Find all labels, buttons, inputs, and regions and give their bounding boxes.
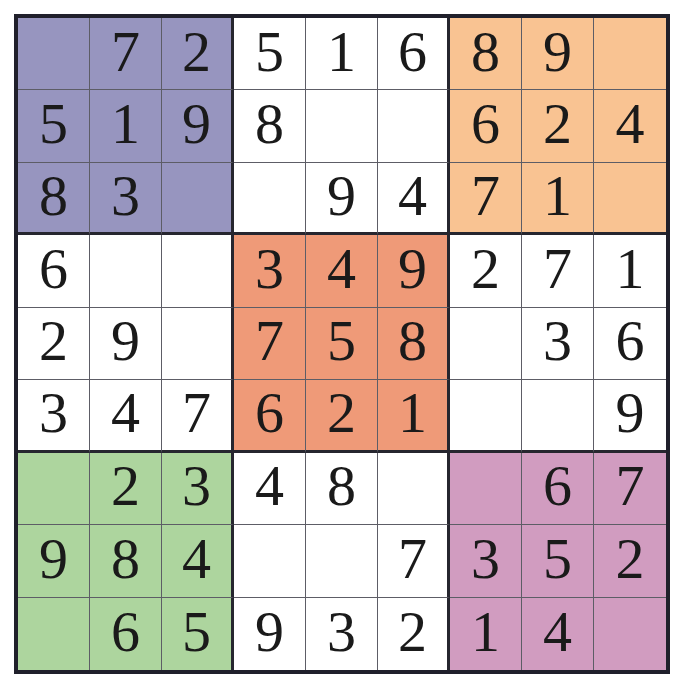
sudoku-cell-r3c5[interactable]: 9 — [306, 163, 378, 235]
sudoku-cell-r2c7[interactable]: 6 — [450, 90, 522, 162]
sudoku-cell-r9c7[interactable]: 1 — [450, 598, 522, 670]
sudoku-digit: 9 — [111, 312, 140, 370]
sudoku-digit: 2 — [111, 457, 140, 515]
sudoku-digit: 8 — [398, 312, 427, 370]
sudoku-digit: 4 — [111, 384, 140, 442]
sudoku-cell-r2c2[interactable]: 1 — [90, 90, 162, 162]
sudoku-cell-r3c3[interactable] — [162, 163, 234, 235]
sudoku-cell-r9c6[interactable]: 2 — [378, 598, 450, 670]
sudoku-digit: 9 — [39, 530, 68, 588]
sudoku-cell-r7c8[interactable]: 6 — [522, 453, 594, 525]
sudoku-cell-r6c7[interactable] — [450, 380, 522, 452]
sudoku-cell-r6c1[interactable]: 3 — [18, 380, 90, 452]
sudoku-digit: 3 — [39, 384, 68, 442]
sudoku-digit: 8 — [39, 167, 68, 225]
sudoku-cell-r6c6[interactable]: 1 — [378, 380, 450, 452]
sudoku-digit: 4 — [616, 95, 645, 153]
sudoku-digit: 7 — [398, 530, 427, 588]
sudoku-cell-r9c9[interactable] — [594, 598, 666, 670]
sudoku-digit: 1 — [398, 384, 427, 442]
sudoku-digit: 1 — [327, 23, 356, 81]
sudoku-digit: 9 — [398, 240, 427, 298]
sudoku-cell-r2c4[interactable]: 8 — [234, 90, 306, 162]
sudoku-digit: 2 — [616, 530, 645, 588]
sudoku-cell-r1c2[interactable]: 7 — [90, 18, 162, 90]
sudoku-cell-r8c7[interactable]: 3 — [450, 525, 522, 597]
sudoku-cell-r2c8[interactable]: 2 — [522, 90, 594, 162]
sudoku-cell-r3c9[interactable] — [594, 163, 666, 235]
sudoku-cell-r8c8[interactable]: 5 — [522, 525, 594, 597]
sudoku-digit: 2 — [471, 240, 500, 298]
sudoku-cell-r1c4[interactable]: 5 — [234, 18, 306, 90]
sudoku-digit: 1 — [543, 167, 572, 225]
sudoku-digit: 5 — [39, 95, 68, 153]
sudoku-cell-r7c9[interactable]: 7 — [594, 453, 666, 525]
sudoku-cell-r9c4[interactable]: 9 — [234, 598, 306, 670]
sudoku-digit: 5 — [327, 312, 356, 370]
sudoku-digit: 5 — [255, 23, 284, 81]
sudoku-digit: 6 — [39, 240, 68, 298]
sudoku-digit: 7 — [471, 167, 500, 225]
sudoku-cell-r3c6[interactable]: 4 — [378, 163, 450, 235]
sudoku-cell-r3c8[interactable]: 1 — [522, 163, 594, 235]
sudoku-digit: 2 — [39, 312, 68, 370]
sudoku-cell-r2c6[interactable] — [378, 90, 450, 162]
sudoku-cell-r1c6[interactable]: 6 — [378, 18, 450, 90]
sudoku-digit: 8 — [327, 457, 356, 515]
sudoku-cell-r3c2[interactable]: 3 — [90, 163, 162, 235]
sudoku-cell-r7c1[interactable] — [18, 453, 90, 525]
sudoku-cell-r6c2[interactable]: 4 — [90, 380, 162, 452]
sudoku-cell-r8c9[interactable]: 2 — [594, 525, 666, 597]
sudoku-cell-r1c9[interactable] — [594, 18, 666, 90]
sudoku-cell-r2c5[interactable] — [306, 90, 378, 162]
sudoku-cell-r9c3[interactable]: 5 — [162, 598, 234, 670]
sudoku-digit: 6 — [398, 23, 427, 81]
sudoku-cell-r6c5[interactable]: 2 — [306, 380, 378, 452]
sudoku-digit: 7 — [255, 312, 284, 370]
sudoku-digit: 1 — [111, 95, 140, 153]
sudoku-digit: 4 — [543, 603, 572, 661]
sudoku-cell-r6c3[interactable]: 7 — [162, 380, 234, 452]
sudoku-cell-r4c7[interactable]: 2 — [450, 235, 522, 307]
sudoku-cell-r4c3[interactable] — [162, 235, 234, 307]
sudoku-cell-r4c1[interactable]: 6 — [18, 235, 90, 307]
sudoku-cell-r5c8[interactable]: 3 — [522, 308, 594, 380]
sudoku-cell-r3c1[interactable]: 8 — [18, 163, 90, 235]
sudoku-digit: 3 — [111, 167, 140, 225]
sudoku-cell-r1c7[interactable]: 8 — [450, 18, 522, 90]
sudoku-cell-r8c4[interactable] — [234, 525, 306, 597]
sudoku-digit: 8 — [111, 530, 140, 588]
sudoku-cell-r5c1[interactable]: 2 — [18, 308, 90, 380]
sudoku-cell-r6c8[interactable] — [522, 380, 594, 452]
sudoku-cell-r7c7[interactable] — [450, 453, 522, 525]
sudoku-cell-r1c3[interactable]: 2 — [162, 18, 234, 90]
sudoku-digit: 7 — [182, 384, 211, 442]
sudoku-cell-r5c7[interactable] — [450, 308, 522, 380]
sudoku-cell-r4c8[interactable]: 7 — [522, 235, 594, 307]
sudoku-cell-r8c6[interactable]: 7 — [378, 525, 450, 597]
sudoku-cell-r4c9[interactable]: 1 — [594, 235, 666, 307]
sudoku-cell-r6c9[interactable]: 9 — [594, 380, 666, 452]
sudoku-digit: 4 — [327, 240, 356, 298]
sudoku-cell-r7c2[interactable]: 2 — [90, 453, 162, 525]
sudoku-digit: 6 — [255, 384, 284, 442]
sudoku-cell-r1c5[interactable]: 1 — [306, 18, 378, 90]
sudoku-cell-r2c3[interactable]: 9 — [162, 90, 234, 162]
sudoku-cell-r9c5[interactable]: 3 — [306, 598, 378, 670]
sudoku-digit: 2 — [327, 384, 356, 442]
sudoku-cell-r3c7[interactable]: 7 — [450, 163, 522, 235]
sudoku-cell-r7c5[interactable]: 8 — [306, 453, 378, 525]
sudoku-cell-r1c8[interactable]: 9 — [522, 18, 594, 90]
sudoku-board: 7251689519862483947163492712975836347621… — [14, 14, 670, 674]
sudoku-cell-r5c6[interactable]: 8 — [378, 308, 450, 380]
sudoku-cell-r4c2[interactable] — [90, 235, 162, 307]
sudoku-digit: 1 — [616, 240, 645, 298]
sudoku-cell-r4c5[interactable]: 4 — [306, 235, 378, 307]
sudoku-cell-r9c1[interactable] — [18, 598, 90, 670]
sudoku-cell-r5c4[interactable]: 7 — [234, 308, 306, 380]
sudoku-digit: 3 — [255, 240, 284, 298]
sudoku-cell-r6c4[interactable]: 6 — [234, 380, 306, 452]
sudoku-digit: 4 — [398, 167, 427, 225]
sudoku-digit: 4 — [182, 530, 211, 588]
sudoku-cell-r7c3[interactable]: 3 — [162, 453, 234, 525]
sudoku-digit: 5 — [182, 603, 211, 661]
sudoku-digit: 9 — [327, 167, 356, 225]
sudoku-digit: 6 — [616, 312, 645, 370]
sudoku-cell-r7c6[interactable] — [378, 453, 450, 525]
sudoku-cell-r3c4[interactable] — [234, 163, 306, 235]
sudoku-cell-r1c1[interactable] — [18, 18, 90, 90]
sudoku-digit: 6 — [543, 457, 572, 515]
sudoku-digit: 8 — [255, 95, 284, 153]
sudoku-digit: 5 — [543, 530, 572, 588]
sudoku-cell-r5c3[interactable] — [162, 308, 234, 380]
sudoku-digit: 7 — [543, 240, 572, 298]
sudoku-cell-r8c5[interactable] — [306, 525, 378, 597]
sudoku-digit: 3 — [182, 457, 211, 515]
sudoku-digit: 7 — [111, 23, 140, 81]
sudoku-digit: 2 — [182, 23, 211, 81]
sudoku-digit: 7 — [616, 457, 645, 515]
sudoku-digit: 6 — [111, 603, 140, 661]
sudoku-digit: 8 — [471, 23, 500, 81]
sudoku-digit: 2 — [398, 603, 427, 661]
sudoku-cell-r5c2[interactable]: 9 — [90, 308, 162, 380]
sudoku-digit: 9 — [255, 603, 284, 661]
sudoku-cell-r4c4[interactable]: 3 — [234, 235, 306, 307]
sudoku-cell-r8c2[interactable]: 8 — [90, 525, 162, 597]
sudoku-cell-r9c8[interactable]: 4 — [522, 598, 594, 670]
sudoku-digit: 9 — [543, 23, 572, 81]
sudoku-cell-r4c6[interactable]: 9 — [378, 235, 450, 307]
sudoku-cell-r7c4[interactable]: 4 — [234, 453, 306, 525]
sudoku-digit: 3 — [471, 530, 500, 588]
sudoku-cell-r5c9[interactable]: 6 — [594, 308, 666, 380]
sudoku-digit: 9 — [182, 95, 211, 153]
sudoku-cell-r9c2[interactable]: 6 — [90, 598, 162, 670]
sudoku-digit: 6 — [471, 95, 500, 153]
sudoku-cell-r2c9[interactable]: 4 — [594, 90, 666, 162]
sudoku-digit: 3 — [327, 603, 356, 661]
sudoku-digit: 4 — [255, 457, 284, 515]
sudoku-cell-r5c5[interactable]: 5 — [306, 308, 378, 380]
sudoku-digit: 2 — [543, 95, 572, 153]
sudoku-digit: 1 — [471, 603, 500, 661]
sudoku-cell-r8c3[interactable]: 4 — [162, 525, 234, 597]
sudoku-digit: 9 — [616, 384, 645, 442]
sudoku-digit: 3 — [543, 312, 572, 370]
sudoku-cell-r8c1[interactable]: 9 — [18, 525, 90, 597]
sudoku-cell-r2c1[interactable]: 5 — [18, 90, 90, 162]
